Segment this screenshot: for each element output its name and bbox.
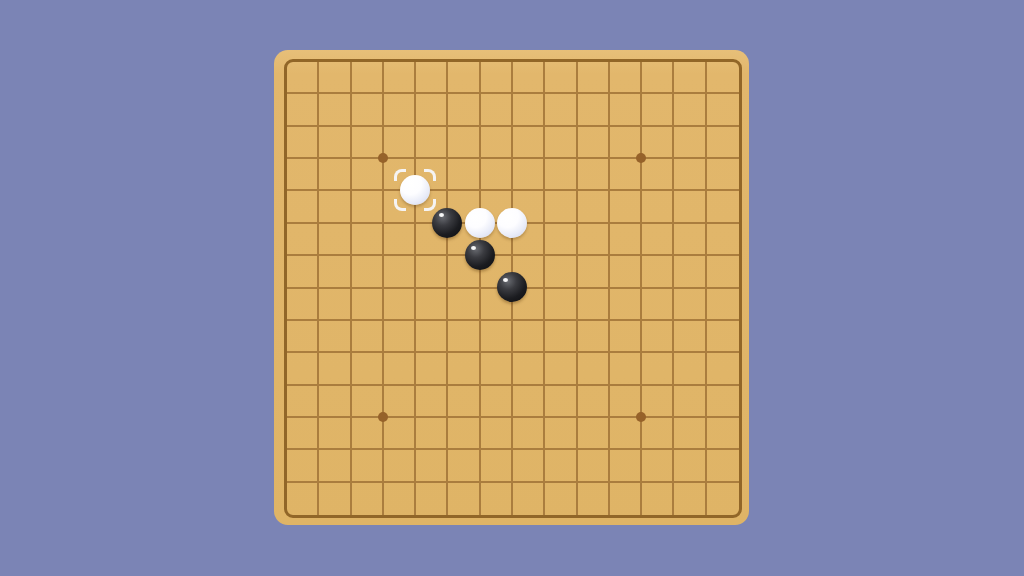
board-cell xyxy=(674,289,706,321)
board-cell xyxy=(578,94,610,126)
board-cell xyxy=(707,62,739,94)
board-cell xyxy=(545,353,577,385)
board-cell xyxy=(448,94,480,126)
board-cell xyxy=(352,256,384,288)
board-cell xyxy=(707,127,739,159)
board-cell xyxy=(384,224,416,256)
board-cell xyxy=(610,256,642,288)
board-cell xyxy=(513,62,545,94)
last-move-marker-corner xyxy=(424,199,436,211)
board-cell xyxy=(610,483,642,515)
board-cell xyxy=(352,289,384,321)
board-cell xyxy=(481,94,513,126)
board-cell xyxy=(642,224,674,256)
board-cell xyxy=(545,289,577,321)
board-cell xyxy=(481,386,513,418)
board-cell xyxy=(578,191,610,223)
board-cell xyxy=(352,62,384,94)
board-cell xyxy=(384,483,416,515)
board-cell xyxy=(287,62,319,94)
board-cell xyxy=(610,224,642,256)
board-cell xyxy=(448,289,480,321)
board-cell xyxy=(287,127,319,159)
board-cell xyxy=(578,321,610,353)
board-cell xyxy=(642,386,674,418)
board-cell xyxy=(674,256,706,288)
board-cell xyxy=(481,62,513,94)
board-cell xyxy=(674,321,706,353)
board-cell xyxy=(545,224,577,256)
board-cell xyxy=(448,483,480,515)
gomoku-board[interactable] xyxy=(274,50,749,525)
board-cell xyxy=(545,191,577,223)
board-cell xyxy=(674,62,706,94)
board-cell xyxy=(513,353,545,385)
board-cell xyxy=(481,418,513,450)
board-cell xyxy=(642,353,674,385)
board-cell xyxy=(319,289,351,321)
board-cell xyxy=(642,289,674,321)
board-cell xyxy=(642,418,674,450)
board-cell xyxy=(384,386,416,418)
board-cell xyxy=(287,483,319,515)
board-cell xyxy=(287,353,319,385)
board-cell xyxy=(448,450,480,482)
board-cell xyxy=(319,450,351,482)
board-cell xyxy=(610,353,642,385)
board-cell xyxy=(707,483,739,515)
board-cell xyxy=(384,256,416,288)
board-cell xyxy=(448,386,480,418)
board-cell xyxy=(287,321,319,353)
board-cell xyxy=(319,386,351,418)
board-cell xyxy=(416,418,448,450)
board-cell xyxy=(319,483,351,515)
white-stone xyxy=(465,208,495,238)
board-cell xyxy=(352,191,384,223)
board-cell xyxy=(319,224,351,256)
board-cell xyxy=(416,386,448,418)
board-cell xyxy=(642,62,674,94)
board-cell xyxy=(481,483,513,515)
board-cell xyxy=(319,62,351,94)
star-point xyxy=(636,412,646,422)
board-cell xyxy=(707,418,739,450)
board-cell xyxy=(674,159,706,191)
board-cell xyxy=(448,127,480,159)
board-cell xyxy=(642,191,674,223)
board-cell xyxy=(707,450,739,482)
board-cell xyxy=(287,256,319,288)
board-cell xyxy=(481,353,513,385)
board-cell xyxy=(642,94,674,126)
board-cell xyxy=(578,289,610,321)
board-cell xyxy=(578,483,610,515)
board-cell xyxy=(578,159,610,191)
board-cell xyxy=(416,94,448,126)
board-cell xyxy=(642,483,674,515)
board-cell xyxy=(352,450,384,482)
board-cell xyxy=(384,418,416,450)
app-background: { "game": "gomoku", "board": { "size": 1… xyxy=(0,0,1024,576)
board-cell xyxy=(707,353,739,385)
board-cell xyxy=(481,127,513,159)
board-cell xyxy=(707,256,739,288)
board-cell xyxy=(545,483,577,515)
board-cell xyxy=(384,62,416,94)
board-cell xyxy=(707,321,739,353)
board-cell xyxy=(578,450,610,482)
board-cell xyxy=(352,483,384,515)
board-cell xyxy=(319,321,351,353)
board-cell xyxy=(707,159,739,191)
board-cell xyxy=(578,386,610,418)
board-cell xyxy=(416,62,448,94)
board-cell xyxy=(384,353,416,385)
board-cell xyxy=(674,418,706,450)
board-cell xyxy=(674,353,706,385)
board-cell xyxy=(545,62,577,94)
board-cell xyxy=(416,289,448,321)
board-cell xyxy=(610,321,642,353)
board-cell xyxy=(352,159,384,191)
board-cell xyxy=(384,321,416,353)
board-cell xyxy=(384,94,416,126)
board-cell xyxy=(481,450,513,482)
board-cell xyxy=(448,62,480,94)
board-cell xyxy=(513,450,545,482)
board-cell xyxy=(545,94,577,126)
board-cell xyxy=(578,353,610,385)
board-cell xyxy=(513,386,545,418)
board-cell xyxy=(287,94,319,126)
board-cell xyxy=(416,256,448,288)
white-stone xyxy=(497,208,527,238)
board-cell xyxy=(642,127,674,159)
board-cell xyxy=(416,353,448,385)
board-cell xyxy=(319,159,351,191)
board-cell xyxy=(319,191,351,223)
board-cell xyxy=(610,191,642,223)
board-cell xyxy=(707,386,739,418)
board-cell xyxy=(578,418,610,450)
board-cell xyxy=(352,353,384,385)
board-cell xyxy=(578,256,610,288)
board-cell xyxy=(610,289,642,321)
board-cell xyxy=(674,127,706,159)
board-cell xyxy=(545,256,577,288)
board-cell xyxy=(610,159,642,191)
board-cell xyxy=(352,321,384,353)
board-cell xyxy=(707,191,739,223)
board-cell xyxy=(513,483,545,515)
board-cell xyxy=(287,418,319,450)
board-cell xyxy=(707,224,739,256)
board-cell xyxy=(642,256,674,288)
board-cell xyxy=(448,418,480,450)
board-cell xyxy=(707,289,739,321)
board-cell xyxy=(319,418,351,450)
board-cell xyxy=(319,127,351,159)
board-cell xyxy=(287,386,319,418)
board-cell xyxy=(319,94,351,126)
board-cell xyxy=(287,289,319,321)
board-cell xyxy=(674,94,706,126)
board-cell xyxy=(481,159,513,191)
board-cell xyxy=(545,386,577,418)
board-cell xyxy=(545,159,577,191)
star-point xyxy=(378,153,388,163)
board-cell xyxy=(707,94,739,126)
black-stone xyxy=(465,240,495,270)
board-cell xyxy=(642,321,674,353)
board-cell xyxy=(513,94,545,126)
board-cell xyxy=(416,450,448,482)
board-cell xyxy=(481,321,513,353)
board-cell xyxy=(578,62,610,94)
board-cell xyxy=(448,353,480,385)
board-cell xyxy=(642,450,674,482)
black-stone xyxy=(432,208,462,238)
board-cell xyxy=(513,127,545,159)
board-cell xyxy=(352,94,384,126)
board-cell xyxy=(545,418,577,450)
board-cell xyxy=(545,450,577,482)
board-cell xyxy=(319,353,351,385)
board-cell xyxy=(287,191,319,223)
board-cell xyxy=(287,224,319,256)
board-cell xyxy=(610,450,642,482)
board-cell xyxy=(674,224,706,256)
board-cell xyxy=(287,159,319,191)
board-cell xyxy=(384,127,416,159)
board-cell xyxy=(448,159,480,191)
board-cell xyxy=(578,224,610,256)
board-cell xyxy=(545,321,577,353)
board-cell xyxy=(610,94,642,126)
board-cell xyxy=(674,386,706,418)
board-cell xyxy=(513,159,545,191)
board-cell xyxy=(319,256,351,288)
board-cell xyxy=(674,450,706,482)
board-cell xyxy=(416,483,448,515)
board-cell xyxy=(674,483,706,515)
board-cell xyxy=(642,159,674,191)
board-cell xyxy=(610,62,642,94)
board-cell xyxy=(448,321,480,353)
board-cell xyxy=(513,321,545,353)
board-cell xyxy=(384,289,416,321)
board-cell xyxy=(352,224,384,256)
board-cell xyxy=(416,127,448,159)
board-cell xyxy=(416,321,448,353)
board-cell xyxy=(578,127,610,159)
board-cell xyxy=(384,450,416,482)
board-cell xyxy=(545,127,577,159)
board-cell xyxy=(513,418,545,450)
board-cell xyxy=(674,191,706,223)
star-point xyxy=(378,412,388,422)
board-cell xyxy=(610,418,642,450)
board-cell xyxy=(287,450,319,482)
board-cell xyxy=(352,418,384,450)
